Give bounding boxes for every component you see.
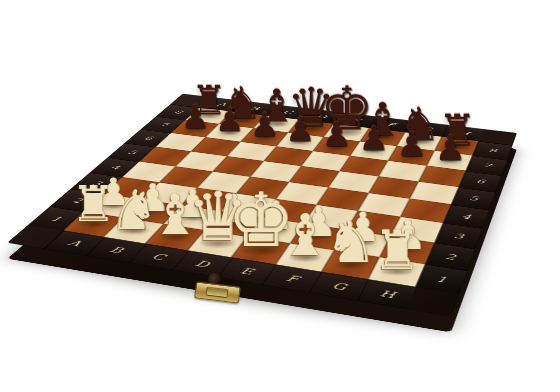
black-pawn-e7[interactable]: ♟ <box>322 118 352 152</box>
white-bishop-f1[interactable]: ♝ <box>280 207 331 264</box>
black-pawn-b7[interactable]: ♟ <box>215 105 244 138</box>
black-pawn-h7[interactable]: ♟ <box>435 131 466 166</box>
white-knight-g1[interactable]: ♞ <box>325 213 377 271</box>
black-pawn-g7[interactable]: ♟ <box>396 126 427 160</box>
black-pawn-a7[interactable]: ♟ <box>181 101 210 133</box>
black-pawn-d7[interactable]: ♟ <box>285 113 315 146</box>
chess-set-photo: ABCDEFGH ABCDEFGH 87654321 87654321 ♜♞♝♛… <box>0 0 560 392</box>
pieces-layer: ♜♞♝♛♚♝♞♜♟♟♟♟♟♟♟♟♟♟♟♟♟♟♟♟♜♞♝♛♚♝♞♜ <box>0 0 560 392</box>
white-rook-h1[interactable]: ♜ <box>373 224 422 278</box>
black-pawn-f7[interactable]: ♟ <box>359 122 389 156</box>
black-pawn-c7[interactable]: ♟ <box>250 109 279 142</box>
